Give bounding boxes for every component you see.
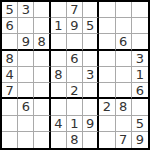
cell-r5c9[interactable]: 1 [132, 67, 148, 83]
cell-r8c3[interactable] [34, 116, 50, 132]
cell-r2c3[interactable] [34, 18, 50, 34]
cell-r8c8[interactable] [116, 116, 132, 132]
cell-r5c2[interactable] [18, 67, 34, 83]
cell-r2c8[interactable] [116, 18, 132, 34]
cell-r7c5[interactable] [67, 99, 83, 115]
cell-r9c9[interactable]: 9 [132, 132, 148, 148]
cell-r1c1[interactable]: 5 [2, 2, 18, 18]
cell-r5c7[interactable] [99, 67, 115, 83]
cell-r2c2[interactable] [18, 18, 34, 34]
cell-r2c1[interactable]: 6 [2, 18, 18, 34]
cell-r5c1[interactable]: 4 [2, 67, 18, 83]
cell-r1c4[interactable] [51, 2, 67, 18]
cell-r1c6[interactable] [83, 2, 99, 18]
cell-r3c9[interactable] [132, 34, 148, 50]
cell-r1c8[interactable] [116, 2, 132, 18]
cell-r6c8[interactable] [116, 83, 132, 99]
cell-r9c6[interactable] [83, 132, 99, 148]
cell-r8c9[interactable]: 5 [132, 116, 148, 132]
cell-r3c5[interactable] [67, 34, 83, 50]
cell-r5c5[interactable] [67, 67, 83, 83]
cell-r1c3[interactable] [34, 2, 50, 18]
sudoku-board: 537619598686348317266284195879 [0, 0, 150, 150]
cell-r3c4[interactable] [51, 34, 67, 50]
cell-r6c9[interactable]: 6 [132, 83, 148, 99]
cell-r9c3[interactable] [34, 132, 50, 148]
cell-r2c9[interactable] [132, 18, 148, 34]
cell-r7c6[interactable] [83, 99, 99, 115]
cell-r8c4[interactable]: 4 [51, 116, 67, 132]
cell-r8c1[interactable] [2, 116, 18, 132]
cell-r9c4[interactable] [51, 132, 67, 148]
cell-r3c3[interactable]: 8 [34, 34, 50, 50]
cell-r7c4[interactable] [51, 99, 67, 115]
cell-r6c6[interactable] [83, 83, 99, 99]
cell-r6c1[interactable]: 7 [2, 83, 18, 99]
cell-r2c7[interactable] [99, 18, 115, 34]
cell-r3c7[interactable] [99, 34, 115, 50]
cell-r4c1[interactable]: 8 [2, 51, 18, 67]
cell-r4c2[interactable] [18, 51, 34, 67]
cell-r6c2[interactable] [18, 83, 34, 99]
cell-r3c6[interactable] [83, 34, 99, 50]
cell-r2c6[interactable]: 5 [83, 18, 99, 34]
cell-r9c1[interactable] [2, 132, 18, 148]
cell-r2c4[interactable]: 1 [51, 18, 67, 34]
cell-r8c5[interactable]: 1 [67, 116, 83, 132]
cell-r4c3[interactable] [34, 51, 50, 67]
cell-r7c2[interactable]: 6 [18, 99, 34, 115]
cell-r4c4[interactable] [51, 51, 67, 67]
cell-r8c7[interactable] [99, 116, 115, 132]
cell-r6c3[interactable] [34, 83, 50, 99]
cell-r3c8[interactable]: 6 [116, 34, 132, 50]
cell-r2c5[interactable]: 9 [67, 18, 83, 34]
cell-r3c2[interactable]: 9 [18, 34, 34, 50]
cell-r7c3[interactable] [34, 99, 50, 115]
cell-r7c7[interactable]: 2 [99, 99, 115, 115]
cell-r4c8[interactable] [116, 51, 132, 67]
cell-r6c7[interactable] [99, 83, 115, 99]
cell-r5c3[interactable] [34, 67, 50, 83]
cell-r9c5[interactable]: 8 [67, 132, 83, 148]
cell-r4c6[interactable] [83, 51, 99, 67]
cell-r4c9[interactable]: 3 [132, 51, 148, 67]
cell-r6c5[interactable]: 2 [67, 83, 83, 99]
cell-r4c5[interactable]: 6 [67, 51, 83, 67]
cell-r7c1[interactable] [2, 99, 18, 115]
cell-r1c2[interactable]: 3 [18, 2, 34, 18]
cell-r1c9[interactable] [132, 2, 148, 18]
cell-r8c2[interactable] [18, 116, 34, 132]
cell-r9c8[interactable]: 7 [116, 132, 132, 148]
cell-r3c1[interactable] [2, 34, 18, 50]
cell-r7c9[interactable] [132, 99, 148, 115]
cell-r8c6[interactable]: 9 [83, 116, 99, 132]
cell-r5c8[interactable] [116, 67, 132, 83]
cell-r1c7[interactable] [99, 2, 115, 18]
cell-r6c4[interactable] [51, 83, 67, 99]
cell-r5c6[interactable]: 3 [83, 67, 99, 83]
cell-r9c7[interactable] [99, 132, 115, 148]
cell-r7c8[interactable]: 8 [116, 99, 132, 115]
cell-r1c5[interactable]: 7 [67, 2, 83, 18]
cell-r4c7[interactable] [99, 51, 115, 67]
cell-r9c2[interactable] [18, 132, 34, 148]
cell-r5c4[interactable]: 8 [51, 67, 67, 83]
